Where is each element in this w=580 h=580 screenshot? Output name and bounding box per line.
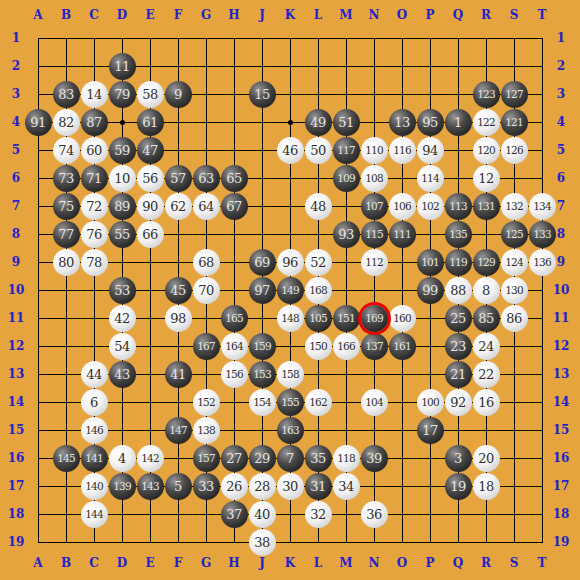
go-board: ABCDEFGHJKLMNOPQRST ABCDEFGHJKLMNOPQRST …	[0, 0, 580, 580]
column-label: M	[332, 554, 360, 572]
stone-H6[interactable]: 65	[221, 165, 248, 192]
stone-K17[interactable]: 30	[277, 473, 304, 500]
stone-G16[interactable]: 157	[193, 445, 220, 472]
stone-O8[interactable]: 111	[389, 221, 416, 248]
stone-O11[interactable]: 160	[389, 305, 416, 332]
column-label: O	[388, 554, 416, 572]
stone-D6[interactable]: 10	[109, 165, 136, 192]
stone-L7[interactable]: 48	[305, 193, 332, 220]
stone-C13[interactable]: 44	[81, 361, 108, 388]
last-move-stone-N11[interactable]: 169	[361, 305, 388, 332]
stone-N5[interactable]: 110	[361, 137, 388, 164]
stone-G7[interactable]: 64	[193, 193, 220, 220]
stone-B7[interactable]: 75	[53, 193, 80, 220]
stone-F11[interactable]: 98	[165, 305, 192, 332]
stone-C4[interactable]: 87	[81, 109, 108, 136]
stone-S11[interactable]: 86	[501, 305, 528, 332]
stone-T7[interactable]: 134	[529, 193, 556, 220]
column-label: P	[416, 554, 444, 572]
stone-L5[interactable]: 50	[305, 137, 332, 164]
stone-C7[interactable]: 72	[81, 193, 108, 220]
stone-R13[interactable]: 22	[473, 361, 500, 388]
column-label: A	[24, 554, 52, 572]
stone-K11[interactable]: 148	[277, 305, 304, 332]
stone-H12[interactable]: 164	[221, 333, 248, 360]
stone-N14[interactable]: 104	[361, 389, 388, 416]
stone-E8[interactable]: 66	[137, 221, 164, 248]
stone-M17[interactable]: 34	[333, 473, 360, 500]
stone-D17[interactable]: 139	[109, 473, 136, 500]
stone-L16[interactable]: 35	[305, 445, 332, 472]
stone-J16[interactable]: 29	[249, 445, 276, 472]
column-label: D	[108, 6, 136, 24]
stone-G15[interactable]: 138	[193, 417, 220, 444]
stone-N8[interactable]: 115	[361, 221, 388, 248]
column-label: N	[360, 6, 388, 24]
stone-D11[interactable]: 42	[109, 305, 136, 332]
stone-P14[interactable]: 100	[417, 389, 444, 416]
stone-G6[interactable]: 63	[193, 165, 220, 192]
column-label: E	[136, 6, 164, 24]
column-label: K	[276, 6, 304, 24]
stone-P6[interactable]: 114	[417, 165, 444, 192]
stone-F15[interactable]: 147	[165, 417, 192, 444]
stone-O5[interactable]: 116	[389, 137, 416, 164]
stone-E7[interactable]: 90	[137, 193, 164, 220]
board-play-area[interactable]: 1345678910111213141516171819202122232425…	[24, 24, 556, 556]
stone-O7[interactable]: 106	[389, 193, 416, 220]
column-label: T	[528, 6, 556, 24]
stone-L11[interactable]: 105	[305, 305, 332, 332]
stone-N12[interactable]: 137	[361, 333, 388, 360]
column-label: N	[360, 554, 388, 572]
column-label: L	[304, 6, 332, 24]
stone-B8[interactable]: 77	[53, 221, 80, 248]
stone-R5[interactable]: 120	[473, 137, 500, 164]
stone-F10[interactable]: 45	[165, 277, 192, 304]
stone-F3[interactable]: 9	[165, 81, 192, 108]
stone-E3[interactable]: 58	[137, 81, 164, 108]
stone-G9[interactable]: 68	[193, 249, 220, 276]
stone-C9[interactable]: 78	[81, 249, 108, 276]
stone-P4[interactable]: 95	[417, 109, 444, 136]
stone-J10[interactable]: 97	[249, 277, 276, 304]
stone-K15[interactable]: 163	[277, 417, 304, 444]
stone-S10[interactable]: 130	[501, 277, 528, 304]
stone-M5[interactable]: 117	[333, 137, 360, 164]
stone-C5[interactable]: 60	[81, 137, 108, 164]
stone-M8[interactable]: 93	[333, 221, 360, 248]
stone-S8[interactable]: 125	[501, 221, 528, 248]
stone-L14[interactable]: 162	[305, 389, 332, 416]
stone-E6[interactable]: 56	[137, 165, 164, 192]
stone-Q17[interactable]: 19	[445, 473, 472, 500]
stone-J17[interactable]: 28	[249, 473, 276, 500]
stone-J9[interactable]: 69	[249, 249, 276, 276]
stone-R6[interactable]: 12	[473, 165, 500, 192]
stone-Q13[interactable]: 21	[445, 361, 472, 388]
stone-F7[interactable]: 62	[165, 193, 192, 220]
column-label: A	[24, 6, 52, 24]
stone-Q8[interactable]: 135	[445, 221, 472, 248]
stone-L12[interactable]: 150	[305, 333, 332, 360]
stone-S3[interactable]: 127	[501, 81, 528, 108]
column-label: S	[500, 6, 528, 24]
column-label: L	[304, 554, 332, 572]
column-label: Q	[444, 554, 472, 572]
stone-E16[interactable]: 142	[137, 445, 164, 472]
stone-K5[interactable]: 46	[277, 137, 304, 164]
stone-P9[interactable]: 101	[417, 249, 444, 276]
stone-C17[interactable]: 140	[81, 473, 108, 500]
stone-C14[interactable]: 6	[81, 389, 108, 416]
column-label: H	[220, 554, 248, 572]
column-label: G	[192, 6, 220, 24]
column-label: R	[472, 554, 500, 572]
stone-R11[interactable]: 85	[473, 305, 500, 332]
stone-J3[interactable]: 15	[249, 81, 276, 108]
stone-H17[interactable]: 26	[221, 473, 248, 500]
stone-C15[interactable]: 146	[81, 417, 108, 444]
stone-G12[interactable]: 167	[193, 333, 220, 360]
stone-Q12[interactable]: 23	[445, 333, 472, 360]
stone-F6[interactable]: 57	[165, 165, 192, 192]
stone-L4[interactable]: 49	[305, 109, 332, 136]
column-label: J	[248, 6, 276, 24]
stone-E5[interactable]: 47	[137, 137, 164, 164]
stone-Q10[interactable]: 88	[445, 277, 472, 304]
stone-K9[interactable]: 96	[277, 249, 304, 276]
column-label: E	[136, 554, 164, 572]
star-point	[288, 120, 293, 125]
stone-D10[interactable]: 53	[109, 277, 136, 304]
column-label: B	[52, 554, 80, 572]
column-label: Q	[444, 6, 472, 24]
stone-E17[interactable]: 143	[137, 473, 164, 500]
stone-H13[interactable]: 156	[221, 361, 248, 388]
stone-P15[interactable]: 17	[417, 417, 444, 444]
stone-S4[interactable]: 121	[501, 109, 528, 136]
stone-N16[interactable]: 39	[361, 445, 388, 472]
stone-C16[interactable]: 141	[81, 445, 108, 472]
stone-D13[interactable]: 43	[109, 361, 136, 388]
stone-L18[interactable]: 32	[305, 501, 332, 528]
stone-H16[interactable]: 27	[221, 445, 248, 472]
stone-B5[interactable]: 74	[53, 137, 80, 164]
stone-L10[interactable]: 168	[305, 277, 332, 304]
stone-P5[interactable]: 94	[417, 137, 444, 164]
column-label: J	[248, 554, 276, 572]
stone-N18[interactable]: 36	[361, 501, 388, 528]
stone-S5[interactable]: 126	[501, 137, 528, 164]
stone-L9[interactable]: 52	[305, 249, 332, 276]
column-label: F	[164, 554, 192, 572]
column-label: T	[528, 554, 556, 572]
stone-M11[interactable]: 151	[333, 305, 360, 332]
column-label: G	[192, 554, 220, 572]
stone-C8[interactable]: 76	[81, 221, 108, 248]
stone-A4[interactable]: 91	[25, 109, 52, 136]
stone-M6[interactable]: 109	[333, 165, 360, 192]
stone-J12[interactable]: 159	[249, 333, 276, 360]
stone-T9[interactable]: 136	[529, 249, 556, 276]
stone-F13[interactable]: 41	[165, 361, 192, 388]
stone-D5[interactable]: 59	[109, 137, 136, 164]
stone-J19[interactable]: 38	[249, 529, 276, 556]
stone-T8[interactable]: 133	[529, 221, 556, 248]
stone-C6[interactable]: 71	[81, 165, 108, 192]
stone-B9[interactable]: 80	[53, 249, 80, 276]
stone-D16[interactable]: 4	[109, 445, 136, 472]
stone-K14[interactable]: 155	[277, 389, 304, 416]
stone-K13[interactable]: 158	[277, 361, 304, 388]
stone-C18[interactable]: 144	[81, 501, 108, 528]
stone-B4[interactable]: 82	[53, 109, 80, 136]
stone-B16[interactable]: 145	[53, 445, 80, 472]
stone-K16[interactable]: 7	[277, 445, 304, 472]
stone-Q14[interactable]: 92	[445, 389, 472, 416]
stone-G14[interactable]: 152	[193, 389, 220, 416]
stone-N7[interactable]: 107	[361, 193, 388, 220]
stone-R4[interactable]: 122	[473, 109, 500, 136]
stone-D2[interactable]: 11	[109, 53, 136, 80]
stone-O4[interactable]: 13	[389, 109, 416, 136]
column-label: F	[164, 6, 192, 24]
column-label: D	[108, 554, 136, 572]
stone-Q4[interactable]: 1	[445, 109, 472, 136]
stone-N6[interactable]: 108	[361, 165, 388, 192]
stone-R9[interactable]: 129	[473, 249, 500, 276]
column-label: R	[472, 6, 500, 24]
stone-J14[interactable]: 154	[249, 389, 276, 416]
stone-O12[interactable]: 161	[389, 333, 416, 360]
stone-C3[interactable]: 14	[81, 81, 108, 108]
stone-E4[interactable]: 61	[137, 109, 164, 136]
stone-K10[interactable]: 149	[277, 277, 304, 304]
stone-D8[interactable]: 55	[109, 221, 136, 248]
stone-H11[interactable]: 165	[221, 305, 248, 332]
stone-R7[interactable]: 131	[473, 193, 500, 220]
column-labels-bottom: ABCDEFGHJKLMNOPQRST	[24, 554, 556, 572]
column-label: C	[80, 6, 108, 24]
stone-R16[interactable]: 20	[473, 445, 500, 472]
stone-Q9[interactable]: 119	[445, 249, 472, 276]
stone-G17[interactable]: 33	[193, 473, 220, 500]
stone-B6[interactable]: 73	[53, 165, 80, 192]
stone-D3[interactable]: 79	[109, 81, 136, 108]
stone-F17[interactable]: 5	[165, 473, 192, 500]
stone-G10[interactable]: 70	[193, 277, 220, 304]
stone-B3[interactable]: 83	[53, 81, 80, 108]
stone-N9[interactable]: 112	[361, 249, 388, 276]
stone-R14[interactable]: 16	[473, 389, 500, 416]
stone-M4[interactable]: 51	[333, 109, 360, 136]
stone-Q16[interactable]: 3	[445, 445, 472, 472]
column-label: M	[332, 6, 360, 24]
stone-J18[interactable]: 40	[249, 501, 276, 528]
stone-D7[interactable]: 89	[109, 193, 136, 220]
column-label: K	[276, 554, 304, 572]
column-label: C	[80, 554, 108, 572]
stone-R10[interactable]: 8	[473, 277, 500, 304]
stone-J13[interactable]: 153	[249, 361, 276, 388]
column-label: B	[52, 6, 80, 24]
column-label: H	[220, 6, 248, 24]
column-label: S	[500, 554, 528, 572]
stone-H18[interactable]: 37	[221, 501, 248, 528]
stone-M16[interactable]: 118	[333, 445, 360, 472]
stone-Q11[interactable]: 25	[445, 305, 472, 332]
star-point	[120, 120, 125, 125]
stone-P10[interactable]: 99	[417, 277, 444, 304]
stone-R3[interactable]: 123	[473, 81, 500, 108]
stone-P7[interactable]: 102	[417, 193, 444, 220]
stone-M12[interactable]: 166	[333, 333, 360, 360]
column-label: P	[416, 6, 444, 24]
stone-S7[interactable]: 132	[501, 193, 528, 220]
stone-S9[interactable]: 124	[501, 249, 528, 276]
stone-R17[interactable]: 18	[473, 473, 500, 500]
column-label: O	[388, 6, 416, 24]
stone-R12[interactable]: 24	[473, 333, 500, 360]
stone-L17[interactable]: 31	[305, 473, 332, 500]
stone-Q7[interactable]: 113	[445, 193, 472, 220]
stone-D12[interactable]: 54	[109, 333, 136, 360]
column-labels-top: ABCDEFGHJKLMNOPQRST	[24, 6, 556, 24]
stone-H7[interactable]: 67	[221, 193, 248, 220]
